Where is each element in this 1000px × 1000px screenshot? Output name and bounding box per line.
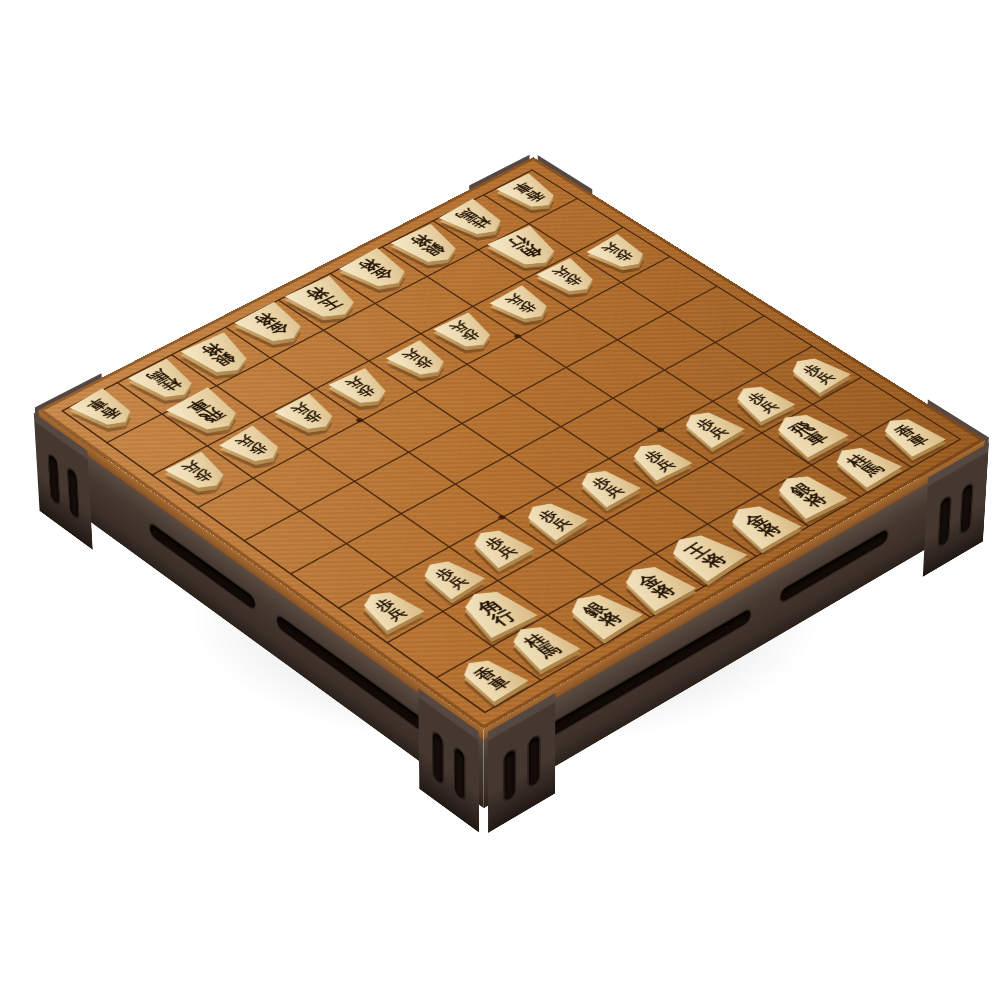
table-leg-front-corner [488,693,556,833]
table-leg-right-corner [923,443,989,577]
shogi-product-photo: 香車桂馬銀将金将玉将金将銀将桂馬香車飛車角行歩兵歩兵歩兵歩兵歩兵歩兵歩兵歩兵歩兵… [0,0,1000,1000]
table-leg-front-corner [418,688,479,833]
